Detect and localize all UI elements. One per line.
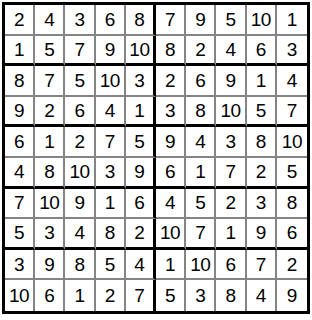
cell-r7c1: 7 <box>5 189 35 220</box>
cell-r2c2: 5 <box>35 36 65 67</box>
cell-r4c4: 4 <box>96 97 126 128</box>
cell-r8c9: 9 <box>247 219 277 250</box>
cell-r10c5: 7 <box>126 280 156 311</box>
cell-r2c9: 6 <box>247 36 277 67</box>
cell-r8c10: 6 <box>277 219 307 250</box>
cell-r2c6: 8 <box>156 36 186 67</box>
cell-r10c8: 8 <box>216 280 246 311</box>
cell-r4c5: 1 <box>126 97 156 128</box>
cell-r6c2: 8 <box>35 158 65 189</box>
cell-r6c8: 7 <box>216 158 246 189</box>
cell-r1c1: 2 <box>5 5 35 36</box>
cell-r2c10: 3 <box>277 36 307 67</box>
cell-r3c9: 1 <box>247 66 277 97</box>
cell-r10c1: 10 <box>5 280 35 311</box>
cell-r1c3: 3 <box>65 5 95 36</box>
cell-r6c5: 9 <box>126 158 156 189</box>
cell-r6c6: 6 <box>156 158 186 189</box>
cell-r9c9: 7 <box>247 250 277 281</box>
cell-r1c6: 7 <box>156 5 186 36</box>
cell-r4c7: 8 <box>186 97 216 128</box>
cell-r2c1: 1 <box>5 36 35 67</box>
cell-r3c8: 9 <box>216 66 246 97</box>
cell-r7c10: 8 <box>277 189 307 220</box>
cell-r4c3: 6 <box>65 97 95 128</box>
cell-r8c8: 1 <box>216 219 246 250</box>
cell-r10c10: 9 <box>277 280 307 311</box>
cell-r5c6: 9 <box>156 127 186 158</box>
cell-r9c5: 4 <box>126 250 156 281</box>
cell-r7c9: 3 <box>247 189 277 220</box>
cell-r8c3: 4 <box>65 219 95 250</box>
cell-r8c6: 10 <box>156 219 186 250</box>
cell-r10c6: 5 <box>156 280 186 311</box>
cell-r10c4: 2 <box>96 280 126 311</box>
cell-r1c8: 5 <box>216 5 246 36</box>
cell-r9c2: 9 <box>35 250 65 281</box>
cell-r7c5: 6 <box>126 189 156 220</box>
cell-r1c5: 8 <box>126 5 156 36</box>
cell-r6c3: 10 <box>65 158 95 189</box>
cell-r5c3: 2 <box>65 127 95 158</box>
cell-r5c7: 4 <box>186 127 216 158</box>
cell-r5c10: 10 <box>277 127 307 158</box>
cell-r5c9: 8 <box>247 127 277 158</box>
cell-r3c7: 6 <box>186 66 216 97</box>
cell-r6c7: 1 <box>186 158 216 189</box>
cell-r9c1: 3 <box>5 250 35 281</box>
cell-r10c2: 6 <box>35 280 65 311</box>
cell-r1c2: 4 <box>35 5 65 36</box>
cell-r3c6: 2 <box>156 66 186 97</box>
cell-r3c1: 8 <box>5 66 35 97</box>
cell-r6c9: 2 <box>247 158 277 189</box>
cell-r4c2: 2 <box>35 97 65 128</box>
cell-r6c1: 4 <box>5 158 35 189</box>
cell-r7c4: 1 <box>96 189 126 220</box>
cell-r10c7: 3 <box>186 280 216 311</box>
cell-r7c2: 10 <box>35 189 65 220</box>
cell-r5c2: 1 <box>35 127 65 158</box>
cell-r4c6: 3 <box>156 97 186 128</box>
cell-r10c9: 4 <box>247 280 277 311</box>
cell-r4c10: 7 <box>277 97 307 128</box>
cell-r6c4: 3 <box>96 158 126 189</box>
cell-r2c8: 4 <box>216 36 246 67</box>
cell-r7c3: 9 <box>65 189 95 220</box>
cell-r8c5: 2 <box>126 219 156 250</box>
cell-r2c7: 2 <box>186 36 216 67</box>
cell-r9c7: 10 <box>186 250 216 281</box>
cell-r8c7: 7 <box>186 219 216 250</box>
cell-r8c4: 8 <box>96 219 126 250</box>
cell-r3c3: 5 <box>65 66 95 97</box>
cell-r9c10: 2 <box>277 250 307 281</box>
cell-r1c4: 6 <box>96 5 126 36</box>
cell-r3c2: 7 <box>35 66 65 97</box>
cell-r2c4: 9 <box>96 36 126 67</box>
cell-r10c3: 1 <box>65 280 95 311</box>
cell-r7c7: 5 <box>186 189 216 220</box>
cell-r7c8: 2 <box>216 189 246 220</box>
cell-r3c10: 4 <box>277 66 307 97</box>
cell-r1c10: 1 <box>277 5 307 36</box>
cell-r9c6: 1 <box>156 250 186 281</box>
cell-r5c8: 3 <box>216 127 246 158</box>
cell-r5c1: 6 <box>5 127 35 158</box>
cell-r1c9: 10 <box>247 5 277 36</box>
cell-r2c5: 10 <box>126 36 156 67</box>
cell-r2c3: 7 <box>65 36 95 67</box>
cell-r4c1: 9 <box>5 97 35 128</box>
cell-r8c1: 5 <box>5 219 35 250</box>
cell-r1c7: 9 <box>186 5 216 36</box>
cell-r9c4: 5 <box>96 250 126 281</box>
cell-r5c4: 7 <box>96 127 126 158</box>
cell-r3c5: 3 <box>126 66 156 97</box>
cell-r7c6: 4 <box>156 189 186 220</box>
cell-r9c8: 6 <box>216 250 246 281</box>
cell-r5c5: 5 <box>126 127 156 158</box>
cell-r9c3: 8 <box>65 250 95 281</box>
sudoku-board: 2436879510115791082463875103269149264138… <box>2 2 310 314</box>
cell-r4c9: 5 <box>247 97 277 128</box>
cell-r8c2: 3 <box>35 219 65 250</box>
cell-r3c4: 10 <box>96 66 126 97</box>
cell-r6c10: 5 <box>277 158 307 189</box>
cell-r4c8: 10 <box>216 97 246 128</box>
